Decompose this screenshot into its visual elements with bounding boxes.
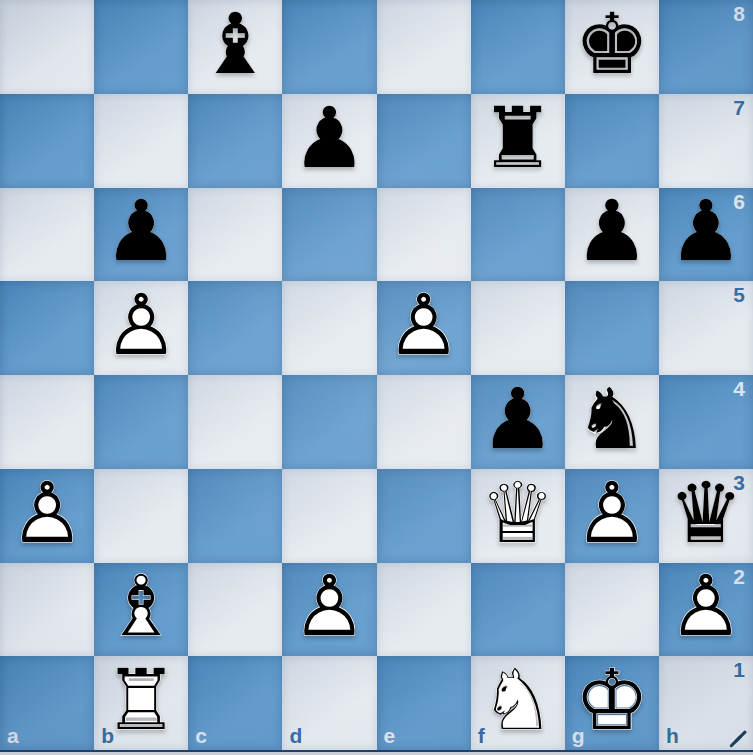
piece-detail-layer: ♖ bbox=[104, 658, 179, 742]
black-rook[interactable]: ♖♜ bbox=[471, 94, 565, 188]
piece-fill-layer: ♚ bbox=[574, 2, 649, 86]
square-g2[interactable] bbox=[565, 563, 659, 657]
coord-file-d: d bbox=[289, 724, 302, 748]
coord-rank-5: 5 bbox=[733, 283, 745, 307]
piece-detail-layer: ♙ bbox=[292, 564, 367, 648]
black-pawn[interactable]: ♙♟ bbox=[94, 188, 188, 282]
square-c7[interactable] bbox=[188, 94, 282, 188]
square-f2[interactable] bbox=[471, 563, 565, 657]
square-e8[interactable] bbox=[377, 0, 471, 94]
square-d2[interactable]: ♟♙ bbox=[282, 563, 376, 657]
white-king[interactable]: ♚♔ bbox=[565, 656, 659, 750]
square-d1[interactable]: d bbox=[282, 656, 376, 750]
piece-detail-layer: ♙ bbox=[574, 470, 649, 554]
square-e5[interactable]: ♟♙ bbox=[377, 281, 471, 375]
square-f5[interactable] bbox=[471, 281, 565, 375]
square-c6[interactable] bbox=[188, 188, 282, 282]
white-rook[interactable]: ♜♖ bbox=[94, 656, 188, 750]
piece-detail-layer: ♘ bbox=[480, 658, 555, 742]
square-f1[interactable]: ♞♘f bbox=[471, 656, 565, 750]
white-queen[interactable]: ♛♕ bbox=[471, 469, 565, 563]
square-f8[interactable] bbox=[471, 0, 565, 94]
square-h8[interactable]: 8 bbox=[659, 0, 753, 94]
coord-rank-1: 1 bbox=[733, 658, 745, 682]
square-b5[interactable]: ♟♙ bbox=[94, 281, 188, 375]
board-resize-handle-icon[interactable] bbox=[730, 730, 750, 748]
black-king[interactable]: ♔♚ bbox=[565, 0, 659, 94]
black-pawn[interactable]: ♙♟ bbox=[471, 375, 565, 469]
square-a1[interactable]: a bbox=[0, 656, 94, 750]
square-c3[interactable] bbox=[188, 469, 282, 563]
square-f4[interactable]: ♙♟ bbox=[471, 375, 565, 469]
square-g3[interactable]: ♟♙ bbox=[565, 469, 659, 563]
square-a8[interactable] bbox=[0, 0, 94, 94]
piece-fill-layer: ♛ bbox=[668, 470, 743, 554]
square-g5[interactable] bbox=[565, 281, 659, 375]
square-c1[interactable]: c bbox=[188, 656, 282, 750]
piece-detail-layer: ♙ bbox=[104, 283, 179, 367]
black-queen[interactable]: ♕♛ bbox=[659, 469, 753, 563]
square-h2[interactable]: ♟♙2 bbox=[659, 563, 753, 657]
square-b7[interactable] bbox=[94, 94, 188, 188]
square-e6[interactable] bbox=[377, 188, 471, 282]
white-pawn[interactable]: ♟♙ bbox=[565, 469, 659, 563]
piece-fill-layer: ♜ bbox=[480, 95, 555, 179]
piece-fill-layer: ♝ bbox=[198, 2, 273, 86]
square-a6[interactable] bbox=[0, 188, 94, 282]
square-a7[interactable] bbox=[0, 94, 94, 188]
square-b4[interactable] bbox=[94, 375, 188, 469]
piece-fill-layer: ♟ bbox=[292, 95, 367, 179]
square-e7[interactable] bbox=[377, 94, 471, 188]
black-knight[interactable]: ♘♞ bbox=[565, 375, 659, 469]
square-b3[interactable] bbox=[94, 469, 188, 563]
square-h5[interactable]: 5 bbox=[659, 281, 753, 375]
square-c5[interactable] bbox=[188, 281, 282, 375]
board-bottom-edge bbox=[0, 750, 753, 755]
square-d3[interactable] bbox=[282, 469, 376, 563]
square-e4[interactable] bbox=[377, 375, 471, 469]
coord-rank-4: 4 bbox=[733, 377, 745, 401]
square-d7[interactable]: ♙♟ bbox=[282, 94, 376, 188]
piece-fill-layer: ♟ bbox=[668, 189, 743, 273]
black-bishop[interactable]: ♗♝ bbox=[188, 0, 282, 94]
white-bishop[interactable]: ♝♗ bbox=[94, 563, 188, 657]
square-b8[interactable] bbox=[94, 0, 188, 94]
square-g4[interactable]: ♘♞ bbox=[565, 375, 659, 469]
square-h3[interactable]: ♕♛3 bbox=[659, 469, 753, 563]
square-d8[interactable] bbox=[282, 0, 376, 94]
coord-file-c: c bbox=[195, 724, 207, 748]
square-e3[interactable] bbox=[377, 469, 471, 563]
square-a3[interactable]: ♟♙ bbox=[0, 469, 94, 563]
white-knight[interactable]: ♞♘ bbox=[471, 656, 565, 750]
square-h4[interactable]: 4 bbox=[659, 375, 753, 469]
square-c2[interactable] bbox=[188, 563, 282, 657]
white-pawn[interactable]: ♟♙ bbox=[659, 563, 753, 657]
square-g6[interactable]: ♙♟ bbox=[565, 188, 659, 282]
square-g8[interactable]: ♔♚ bbox=[565, 0, 659, 94]
square-h7[interactable]: 7 bbox=[659, 94, 753, 188]
piece-fill-layer: ♟ bbox=[480, 377, 555, 461]
square-f3[interactable]: ♛♕ bbox=[471, 469, 565, 563]
square-d6[interactable] bbox=[282, 188, 376, 282]
square-f6[interactable] bbox=[471, 188, 565, 282]
piece-detail-layer: ♗ bbox=[104, 564, 179, 648]
square-e1[interactable]: e bbox=[377, 656, 471, 750]
white-pawn[interactable]: ♟♙ bbox=[94, 281, 188, 375]
piece-fill-layer: ♟ bbox=[104, 189, 179, 273]
board-grid: ♗♝♔♚8♙♟♖♜7♙♟♙♟♙♟6♟♙♟♙5♙♟♘♞4♟♙♛♕♟♙♕♛3♝♗♟♙… bbox=[0, 0, 753, 750]
piece-fill-layer: ♞ bbox=[574, 377, 649, 461]
white-pawn[interactable]: ♟♙ bbox=[377, 281, 471, 375]
square-a2[interactable] bbox=[0, 563, 94, 657]
square-b2[interactable]: ♝♗ bbox=[94, 563, 188, 657]
piece-detail-layer: ♙ bbox=[9, 470, 84, 554]
square-b1[interactable]: ♜♖b bbox=[94, 656, 188, 750]
black-pawn[interactable]: ♙♟ bbox=[282, 94, 376, 188]
piece-detail-layer: ♕ bbox=[480, 470, 555, 554]
chess-board: ♗♝♔♚8♙♟♖♜7♙♟♙♟♙♟6♟♙♟♙5♙♟♘♞4♟♙♛♕♟♙♕♛3♝♗♟♙… bbox=[0, 0, 753, 755]
piece-detail-layer: ♙ bbox=[668, 564, 743, 648]
coord-file-e: e bbox=[384, 724, 396, 748]
square-d4[interactable] bbox=[282, 375, 376, 469]
square-a5[interactable] bbox=[0, 281, 94, 375]
coord-rank-7: 7 bbox=[733, 96, 745, 120]
piece-detail-layer: ♔ bbox=[574, 658, 649, 742]
white-pawn[interactable]: ♟♙ bbox=[282, 563, 376, 657]
square-h6[interactable]: ♙♟6 bbox=[659, 188, 753, 282]
coord-rank-8: 8 bbox=[733, 2, 745, 26]
white-pawn[interactable]: ♟♙ bbox=[0, 469, 94, 563]
square-d5[interactable] bbox=[282, 281, 376, 375]
square-b6[interactable]: ♙♟ bbox=[94, 188, 188, 282]
square-f7[interactable]: ♖♜ bbox=[471, 94, 565, 188]
square-g7[interactable] bbox=[565, 94, 659, 188]
black-pawn[interactable]: ♙♟ bbox=[659, 188, 753, 282]
coord-file-a: a bbox=[7, 724, 19, 748]
square-g1[interactable]: ♚♔g bbox=[565, 656, 659, 750]
square-c8[interactable]: ♗♝ bbox=[188, 0, 282, 94]
piece-fill-layer: ♟ bbox=[574, 189, 649, 273]
square-c4[interactable] bbox=[188, 375, 282, 469]
coord-file-h: h bbox=[666, 724, 679, 748]
piece-detail-layer: ♙ bbox=[386, 283, 461, 367]
square-e2[interactable] bbox=[377, 563, 471, 657]
square-a4[interactable] bbox=[0, 375, 94, 469]
black-pawn[interactable]: ♙♟ bbox=[565, 188, 659, 282]
